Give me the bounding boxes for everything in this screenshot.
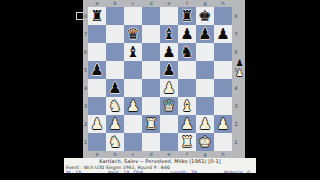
piece-black-pawn: ♟ <box>180 25 193 43</box>
file-label-e: e <box>160 0 178 7</box>
square-d8[interactable] <box>142 7 160 25</box>
square-d5[interactable] <box>142 61 160 79</box>
square-d6[interactable] <box>142 43 160 61</box>
file-label-d: d <box>142 0 160 7</box>
piece-white-pawn: ♟ <box>216 115 229 133</box>
file-label-a: a <box>88 151 106 158</box>
piece-black-pawn: ♟ <box>162 61 175 79</box>
square-c5[interactable] <box>124 61 142 79</box>
square-b7[interactable] <box>106 25 124 43</box>
game-title: Kartlach, Salev -- Pervolved, Milko (196… <box>64 159 256 164</box>
square-b6[interactable] <box>106 43 124 61</box>
chess-board[interactable]: ♜♜♚♛♝♟♟♟♝♟♞♟♟♟♟♞♟♛♝♟♟♜♟♟♟♞♜♚ <box>88 7 232 151</box>
stat-next: Next : 19...Qb6 <box>108 170 143 174</box>
square-g2[interactable]: ♟ <box>196 115 214 133</box>
board-frame: abcdefgh abcdefgh 87654321 87654321 ♜♜♚♛… <box>83 0 245 158</box>
piece-black-king: ♚ <box>198 7 211 25</box>
square-h4[interactable] <box>214 79 232 97</box>
rank-labels-right: 87654321 <box>233 7 239 151</box>
square-a6[interactable] <box>88 43 106 61</box>
square-c7[interactable]: ♛ <box>124 25 142 43</box>
piece-black-bishop: ♝ <box>126 43 139 61</box>
square-c1[interactable] <box>124 133 142 151</box>
square-c3[interactable]: ♟ <box>124 97 142 115</box>
square-f6[interactable]: ♞ <box>178 43 196 61</box>
square-d7[interactable] <box>142 25 160 43</box>
square-f3[interactable]: ♝ <box>178 97 196 115</box>
square-a2[interactable]: ♟ <box>88 115 106 133</box>
piece-white-queen: ♛ <box>162 97 175 115</box>
square-a8[interactable]: ♜ <box>88 7 106 25</box>
rank-label-2: 2 <box>233 115 239 133</box>
square-h2[interactable]: ♟ <box>214 115 232 133</box>
piece-black-pawn: ♟ <box>90 61 103 79</box>
game-info-panel: Kartlach, Salev -- Pervolved, Milko (196… <box>64 158 256 173</box>
piece-white-rook: ♜ <box>144 115 157 133</box>
square-e8[interactable] <box>160 7 178 25</box>
square-f5[interactable] <box>178 61 196 79</box>
square-h1[interactable] <box>214 133 232 151</box>
piece-white-pawn: ♟ <box>198 115 211 133</box>
stat-material: Material : 0 <box>224 170 250 174</box>
square-g6[interactable] <box>196 43 214 61</box>
square-e7[interactable]: ♝ <box>160 25 178 43</box>
file-label-h: h <box>214 151 232 158</box>
square-f4[interactable] <box>178 79 196 97</box>
piece-black-rook: ♜ <box>90 7 103 25</box>
rank-label-7: 7 <box>233 25 239 43</box>
square-a3[interactable] <box>88 97 106 115</box>
file-label-g: g <box>196 151 214 158</box>
square-d2[interactable]: ♜ <box>142 115 160 133</box>
piece-white-rook: ♜ <box>180 133 193 151</box>
file-label-c: c <box>124 0 142 7</box>
piece-white-king: ♚ <box>198 133 211 151</box>
square-b5[interactable] <box>106 61 124 79</box>
square-h7[interactable]: ♟ <box>214 25 232 43</box>
square-d3[interactable] <box>142 97 160 115</box>
file-labels-bottom: abcdefgh <box>88 151 232 158</box>
stat-move: W : 19 <box>66 170 81 174</box>
piece-black-bishop: ♝ <box>162 25 175 43</box>
square-b2[interactable]: ♟ <box>106 115 124 133</box>
square-f8[interactable]: ♜ <box>178 7 196 25</box>
rank-label-4: 4 <box>233 79 239 97</box>
square-g3[interactable] <box>196 97 214 115</box>
piece-white-pawn: ♟ <box>126 97 139 115</box>
square-b8[interactable] <box>106 7 124 25</box>
square-a1[interactable] <box>88 133 106 151</box>
piece-white-pawn: ♟ <box>180 115 193 133</box>
file-label-b: b <box>106 151 124 158</box>
piece-white-knight: ♞ <box>108 133 121 151</box>
piece-white-pawn: ♟ <box>162 79 175 97</box>
file-labels-top: abcdefgh <box>88 0 232 7</box>
file-label-f: f <box>178 0 196 7</box>
square-c6[interactable]: ♝ <box>124 43 142 61</box>
rank-label-8: 8 <box>233 7 239 25</box>
black-pawn-icon: ♟ <box>235 58 243 68</box>
square-e3[interactable]: ♛ <box>160 97 178 115</box>
file-label-f: f <box>178 151 196 158</box>
square-h3[interactable] <box>214 97 232 115</box>
rank-label-1: 1 <box>233 133 239 151</box>
piece-black-queen: ♛ <box>126 25 139 43</box>
captured-pieces-tray: ♟♟ <box>234 58 245 78</box>
square-e4[interactable]: ♟ <box>160 79 178 97</box>
square-b4[interactable]: ♟ <box>106 79 124 97</box>
file-label-d: d <box>142 151 160 158</box>
square-a4[interactable] <box>88 79 106 97</box>
stats-line: W : 19 Next : 19...Qb6 Length : 29 Mater… <box>64 170 256 174</box>
square-h8[interactable] <box>214 7 232 25</box>
square-c2[interactable] <box>124 115 142 133</box>
square-f1[interactable]: ♜ <box>178 133 196 151</box>
square-h5[interactable] <box>214 61 232 79</box>
square-g1[interactable]: ♚ <box>196 133 214 151</box>
square-h6[interactable] <box>214 43 232 61</box>
square-e1[interactable] <box>160 133 178 151</box>
piece-white-bishop: ♝ <box>180 97 193 115</box>
thumbnail-stage: abcdefgh abcdefgh 87654321 87654321 ♜♜♚♛… <box>0 0 320 180</box>
square-e6[interactable]: ♟ <box>160 43 178 61</box>
file-label-c: c <box>124 151 142 158</box>
piece-white-pawn: ♟ <box>90 115 103 133</box>
piece-black-knight: ♞ <box>180 43 193 61</box>
file-label-g: g <box>196 0 214 7</box>
square-e5[interactable]: ♟ <box>160 61 178 79</box>
file-label-a: a <box>88 0 106 7</box>
square-e2[interactable] <box>160 115 178 133</box>
square-g5[interactable] <box>196 61 214 79</box>
square-b3[interactable]: ♞ <box>106 97 124 115</box>
piece-black-pawn: ♟ <box>162 43 175 61</box>
stat-length: Length : 29 <box>170 170 196 174</box>
square-g7[interactable]: ♟ <box>196 25 214 43</box>
square-a5[interactable]: ♟ <box>88 61 106 79</box>
file-label-e: e <box>160 151 178 158</box>
rank-label-3: 3 <box>233 97 239 115</box>
piece-black-rook: ♜ <box>180 7 193 25</box>
file-label-h: h <box>214 0 232 7</box>
square-c8[interactable] <box>124 7 142 25</box>
square-f2[interactable]: ♟ <box>178 115 196 133</box>
square-g4[interactable] <box>196 79 214 97</box>
square-c4[interactable] <box>124 79 142 97</box>
square-b1[interactable]: ♞ <box>106 133 124 151</box>
piece-black-pawn: ♟ <box>108 79 121 97</box>
square-a7[interactable] <box>88 25 106 43</box>
square-d4[interactable] <box>142 79 160 97</box>
white-pawn-icon: ♟ <box>235 68 243 78</box>
square-f7[interactable]: ♟ <box>178 25 196 43</box>
piece-black-pawn: ♟ <box>216 25 229 43</box>
file-label-b: b <box>106 0 124 7</box>
piece-black-pawn: ♟ <box>198 25 211 43</box>
square-g8[interactable]: ♚ <box>196 7 214 25</box>
piece-white-knight: ♞ <box>108 97 121 115</box>
piece-white-pawn: ♟ <box>108 115 121 133</box>
square-d1[interactable] <box>142 133 160 151</box>
